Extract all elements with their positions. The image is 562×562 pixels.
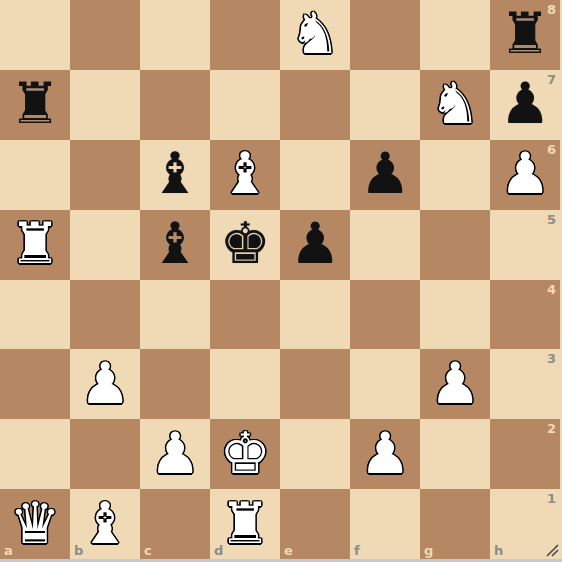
square-f2[interactable]: ♟	[350, 419, 420, 489]
piece-white-bishop[interactable]: ♝	[219, 145, 270, 202]
square-h4[interactable]: 4	[490, 280, 560, 350]
piece-white-king[interactable]: ♚	[219, 425, 270, 482]
square-h7[interactable]: ♟7	[490, 70, 560, 140]
square-d7[interactable]	[210, 70, 280, 140]
square-f4[interactable]	[350, 280, 420, 350]
square-h6[interactable]: ♟6	[490, 140, 560, 210]
square-b1[interactable]: ♝b	[70, 489, 140, 559]
square-e1[interactable]: e	[280, 489, 350, 559]
piece-black-pawn[interactable]: ♟	[499, 75, 550, 132]
piece-white-pawn[interactable]: ♟	[429, 355, 480, 412]
square-b6[interactable]	[70, 140, 140, 210]
square-c6[interactable]: ♝	[140, 140, 210, 210]
square-b2[interactable]	[70, 419, 140, 489]
piece-white-knight[interactable]: ♞	[289, 5, 340, 62]
piece-white-rook[interactable]: ♜	[9, 215, 60, 272]
square-f5[interactable]	[350, 210, 420, 280]
square-g3[interactable]: ♟	[420, 349, 490, 419]
square-f7[interactable]	[350, 70, 420, 140]
square-d1[interactable]: ♜d	[210, 489, 280, 559]
piece-white-rook[interactable]: ♜	[219, 495, 270, 552]
square-a7[interactable]: ♜	[0, 70, 70, 140]
square-c8[interactable]	[140, 0, 210, 70]
piece-black-bishop[interactable]: ♝	[149, 215, 200, 272]
piece-black-rook[interactable]: ♜	[9, 75, 60, 132]
piece-white-queen[interactable]: ♛	[9, 495, 60, 552]
chess-board-widget: ♞♜8♜♞♟7♝♝♟♟6♜♝♚♟54♟♟3♟♚♟2♛a♝bc♜defg1h	[0, 0, 562, 562]
file-label-f: f	[354, 544, 360, 557]
square-e7[interactable]	[280, 70, 350, 140]
piece-white-pawn[interactable]: ♟	[499, 145, 550, 202]
square-c5[interactable]: ♝	[140, 210, 210, 280]
square-g4[interactable]	[420, 280, 490, 350]
square-a5[interactable]: ♜	[0, 210, 70, 280]
piece-white-pawn[interactable]: ♟	[149, 425, 200, 482]
square-g6[interactable]	[420, 140, 490, 210]
square-d5[interactable]: ♚	[210, 210, 280, 280]
square-b5[interactable]	[70, 210, 140, 280]
square-g5[interactable]	[420, 210, 490, 280]
square-a4[interactable]	[0, 280, 70, 350]
square-h8[interactable]: ♜8	[490, 0, 560, 70]
square-c4[interactable]	[140, 280, 210, 350]
rank-label-3: 3	[547, 352, 556, 365]
rank-label-4: 4	[547, 283, 556, 296]
square-f3[interactable]	[350, 349, 420, 419]
square-a2[interactable]	[0, 419, 70, 489]
square-f1[interactable]: f	[350, 489, 420, 559]
square-d2[interactable]: ♚	[210, 419, 280, 489]
file-label-g: g	[424, 544, 433, 557]
piece-black-bishop[interactable]: ♝	[149, 145, 200, 202]
piece-white-bishop[interactable]: ♝	[79, 495, 130, 552]
piece-black-pawn[interactable]: ♟	[359, 145, 410, 202]
chess-board: ♞♜8♜♞♟7♝♝♟♟6♜♝♚♟54♟♟3♟♚♟2♛a♝bc♜defg1h	[0, 0, 560, 559]
square-c3[interactable]	[140, 349, 210, 419]
square-h2[interactable]: 2	[490, 419, 560, 489]
square-a6[interactable]	[0, 140, 70, 210]
piece-black-pawn[interactable]: ♟	[289, 215, 340, 272]
square-g7[interactable]: ♞	[420, 70, 490, 140]
square-a1[interactable]: ♛a	[0, 489, 70, 559]
diagonal-resize-icon[interactable]	[546, 544, 559, 557]
square-e5[interactable]: ♟	[280, 210, 350, 280]
square-a8[interactable]	[0, 0, 70, 70]
square-c2[interactable]: ♟	[140, 419, 210, 489]
square-d8[interactable]	[210, 0, 280, 70]
square-h3[interactable]: 3	[490, 349, 560, 419]
square-c7[interactable]	[140, 70, 210, 140]
piece-black-king[interactable]: ♚	[219, 215, 270, 272]
square-e2[interactable]	[280, 419, 350, 489]
rank-label-2: 2	[547, 422, 556, 435]
square-g1[interactable]: g	[420, 489, 490, 559]
square-e8[interactable]: ♞	[280, 0, 350, 70]
piece-white-pawn[interactable]: ♟	[359, 425, 410, 482]
square-d6[interactable]: ♝	[210, 140, 280, 210]
square-e4[interactable]	[280, 280, 350, 350]
square-b4[interactable]	[70, 280, 140, 350]
square-a3[interactable]	[0, 349, 70, 419]
square-c1[interactable]: c	[140, 489, 210, 559]
square-f6[interactable]: ♟	[350, 140, 420, 210]
piece-black-rook[interactable]: ♜	[499, 5, 550, 62]
file-label-c: c	[144, 544, 152, 557]
file-label-h: h	[494, 544, 503, 557]
square-d3[interactable]	[210, 349, 280, 419]
square-b8[interactable]	[70, 0, 140, 70]
square-e6[interactable]	[280, 140, 350, 210]
file-label-e: e	[284, 544, 293, 557]
square-e3[interactable]	[280, 349, 350, 419]
rank-label-1: 1	[547, 492, 556, 505]
piece-white-knight[interactable]: ♞	[429, 75, 480, 132]
square-g2[interactable]	[420, 419, 490, 489]
piece-white-pawn[interactable]: ♟	[79, 355, 130, 412]
square-b3[interactable]: ♟	[70, 349, 140, 419]
square-h5[interactable]: 5	[490, 210, 560, 280]
square-b7[interactable]	[70, 70, 140, 140]
square-f8[interactable]	[350, 0, 420, 70]
square-g8[interactable]	[420, 0, 490, 70]
square-d4[interactable]	[210, 280, 280, 350]
rank-label-5: 5	[547, 213, 556, 226]
